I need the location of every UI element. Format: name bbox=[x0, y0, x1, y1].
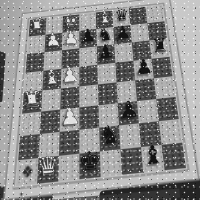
black-bishop-g1[interactable]: ♝ bbox=[141, 142, 166, 170]
black-king-d1[interactable]: ♚ bbox=[77, 148, 102, 176]
chessboard-photo: ❖ ✦ ♜♚♝♛♟♟♟♞♟♟♜♝♟♟♜♟♟♞♛♚♝ bbox=[0, 0, 200, 200]
white-queen-b1[interactable]: ♛ bbox=[35, 153, 60, 181]
white-bishop-b5[interactable]: ♝ bbox=[42, 66, 62, 88]
black-pawn-f7[interactable]: ♟ bbox=[114, 23, 131, 42]
black-pawn-f3[interactable]: ♟ bbox=[117, 98, 139, 123]
white-rook-a8[interactable]: ♜ bbox=[29, 17, 45, 34]
black-pawn-e6[interactable]: ♟ bbox=[97, 42, 115, 62]
white-pawn-b7[interactable]: ♟ bbox=[45, 31, 62, 50]
white-pawn-c5[interactable]: ♟ bbox=[60, 64, 80, 86]
pieces-layer: ♜♚♝♛♟♟♟♞♟♟♜♝♟♟♜♟♟♞♛♚♝ bbox=[0, 0, 200, 200]
black-pawn-g5[interactable]: ♟ bbox=[134, 56, 154, 78]
black-pawn-d7[interactable]: ♟ bbox=[79, 27, 96, 46]
black-knight-e2[interactable]: ♞ bbox=[98, 122, 122, 148]
white-pawn-c3[interactable]: ♟ bbox=[58, 104, 80, 129]
white-pawn-c7[interactable]: ♟ bbox=[62, 29, 79, 48]
black-rook-h6[interactable]: ♜ bbox=[151, 36, 169, 56]
white-rook-a4[interactable]: ♜ bbox=[21, 88, 42, 111]
